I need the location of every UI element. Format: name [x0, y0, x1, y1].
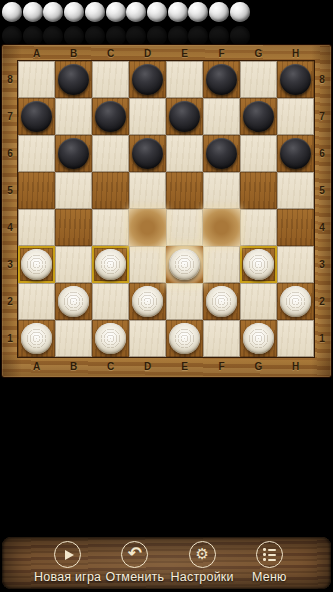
- square-g1[interactable]: ⛀: [240, 320, 277, 357]
- rank-label-8-left: 8: [2, 61, 18, 98]
- file-label-f-top: F: [203, 45, 240, 61]
- menu-icon: [256, 541, 283, 568]
- piece-glyph: ⛂: [132, 138, 163, 169]
- square-d8[interactable]: ⛂: [129, 61, 166, 98]
- black-man-b8[interactable]: ⛂: [58, 64, 89, 95]
- square-g3[interactable]: ⛀: [240, 246, 277, 283]
- squares: ⛂⛂⛂⛂⛂⛂⛂⛂⛂⛂⛂⛂⛀⛀⛀⛀⛀⛀⛀⛀⛀⛀⛀⛀: [18, 61, 314, 357]
- black-man-b6[interactable]: ⛂: [58, 138, 89, 169]
- square-f2[interactable]: ⛀: [203, 283, 240, 320]
- rank-label-7-left: 7: [2, 98, 18, 135]
- white-man-b2[interactable]: ⛀: [58, 286, 89, 317]
- piece-glyph: ⛀: [169, 249, 200, 280]
- square-g8[interactable]: [240, 61, 277, 98]
- black-man-a7[interactable]: ⛂: [21, 101, 52, 132]
- square-a1[interactable]: ⛀: [18, 320, 55, 357]
- piece-glyph: ⛂: [280, 64, 311, 95]
- square-d6[interactable]: ⛂: [129, 135, 166, 172]
- square-g4[interactable]: [240, 209, 277, 246]
- square-d2[interactable]: ⛀: [129, 283, 166, 320]
- file-label-d-bottom: D: [129, 355, 166, 377]
- tray-piece: [106, 2, 126, 22]
- tray-piece: [168, 2, 188, 22]
- file-label-a-top: A: [18, 45, 55, 61]
- square-g2[interactable]: [240, 283, 277, 320]
- square-f7[interactable]: [203, 98, 240, 135]
- square-f4[interactable]: [203, 209, 240, 246]
- square-a2[interactable]: [18, 283, 55, 320]
- undo-icon: ↶: [121, 541, 148, 568]
- square-h2[interactable]: ⛀: [277, 283, 314, 320]
- square-b1[interactable]: [55, 320, 92, 357]
- piece-glyph: ⛂: [206, 138, 237, 169]
- piece-glyph: ⛀: [95, 323, 126, 354]
- square-e5[interactable]: [166, 172, 203, 209]
- piece-glyph: ⛂: [95, 101, 126, 132]
- file-label-g-top: G: [240, 45, 277, 61]
- tray-piece: [209, 2, 229, 22]
- white-man-g3[interactable]: ⛀: [243, 249, 274, 280]
- rank-label-8-right: 8: [313, 61, 331, 98]
- new-game-label: Новая игра: [34, 570, 101, 584]
- tray-piece: [126, 2, 146, 22]
- square-d5[interactable]: [129, 172, 166, 209]
- square-g7[interactable]: ⛂: [240, 98, 277, 135]
- square-b6[interactable]: ⛂: [55, 135, 92, 172]
- rank-labels-right: 87654321: [313, 61, 331, 357]
- file-label-g-bottom: G: [240, 355, 277, 377]
- square-h1[interactable]: [277, 320, 314, 357]
- undo-button[interactable]: ↶ Отменить: [101, 541, 168, 586]
- square-c7[interactable]: ⛂: [92, 98, 129, 135]
- bottom-toolbar: Новая игра ↶ Отменить ⚙ Настройки Меню: [2, 537, 331, 589]
- piece-glyph: ⛂: [206, 64, 237, 95]
- file-label-b-bottom: B: [55, 355, 92, 377]
- square-e6[interactable]: [166, 135, 203, 172]
- square-e2[interactable]: [166, 283, 203, 320]
- black-man-h8[interactable]: ⛂: [280, 64, 311, 95]
- square-c8[interactable]: [92, 61, 129, 98]
- square-a7[interactable]: ⛂: [18, 98, 55, 135]
- piece-glyph: ⛂: [58, 64, 89, 95]
- black-man-c7[interactable]: ⛂: [95, 101, 126, 132]
- white-man-e3[interactable]: ⛀: [169, 249, 200, 280]
- black-man-g7[interactable]: ⛂: [243, 101, 274, 132]
- square-c2[interactable]: [92, 283, 129, 320]
- square-c4[interactable]: [92, 209, 129, 246]
- square-b4[interactable]: [55, 209, 92, 246]
- piece-glyph: ⛀: [243, 323, 274, 354]
- rank-label-7-right: 7: [313, 98, 331, 135]
- piece-glyph: ⛂: [169, 101, 200, 132]
- tray-piece: [85, 2, 105, 22]
- rank-label-2-right: 2: [313, 283, 331, 320]
- square-a8[interactable]: [18, 61, 55, 98]
- rank-label-1-right: 1: [313, 320, 331, 357]
- square-b8[interactable]: ⛂: [55, 61, 92, 98]
- file-label-e-top: E: [166, 45, 203, 61]
- square-h6[interactable]: ⛂: [277, 135, 314, 172]
- file-label-f-bottom: F: [203, 355, 240, 377]
- square-b3[interactable]: [55, 246, 92, 283]
- rank-label-4-right: 4: [313, 209, 331, 246]
- square-g6[interactable]: [240, 135, 277, 172]
- square-f5[interactable]: [203, 172, 240, 209]
- file-label-c-top: C: [92, 45, 129, 61]
- file-label-h-bottom: H: [277, 355, 314, 377]
- square-f3[interactable]: [203, 246, 240, 283]
- tray-piece: [2, 2, 22, 22]
- square-h5[interactable]: [277, 172, 314, 209]
- square-d3[interactable]: [129, 246, 166, 283]
- tray-piece: [43, 2, 63, 22]
- piece-glyph: ⛀: [21, 249, 52, 280]
- white-man-g1[interactable]: ⛀: [243, 323, 274, 354]
- white-man-e1[interactable]: ⛀: [169, 323, 200, 354]
- rank-label-4-left: 4: [2, 209, 18, 246]
- piece-glyph: ⛂: [243, 101, 274, 132]
- captured-tray: [2, 2, 331, 23]
- square-c5[interactable]: [92, 172, 129, 209]
- white-man-d2[interactable]: ⛀: [132, 286, 163, 317]
- square-h3[interactable]: [277, 246, 314, 283]
- black-man-f6[interactable]: ⛂: [206, 138, 237, 169]
- square-a5[interactable]: [18, 172, 55, 209]
- square-f6[interactable]: ⛂: [203, 135, 240, 172]
- square-c3[interactable]: ⛀: [92, 246, 129, 283]
- square-c6[interactable]: [92, 135, 129, 172]
- square-c1[interactable]: ⛀: [92, 320, 129, 357]
- square-e3[interactable]: ⛀: [166, 246, 203, 283]
- rank-label-6-left: 6: [2, 135, 18, 172]
- tray-reflection-fade: [0, 24, 333, 46]
- square-f1[interactable]: [203, 320, 240, 357]
- square-b5[interactable]: [55, 172, 92, 209]
- piece-glyph: ⛂: [132, 64, 163, 95]
- black-man-f8[interactable]: ⛂: [206, 64, 237, 95]
- settings-button[interactable]: ⚙ Настройки: [169, 541, 236, 586]
- tray-piece: [188, 2, 208, 22]
- rank-label-5-right: 5: [313, 172, 331, 209]
- square-a4[interactable]: [18, 209, 55, 246]
- square-d7[interactable]: [129, 98, 166, 135]
- undo-label: Отменить: [106, 570, 165, 584]
- black-man-h6[interactable]: ⛂: [280, 138, 311, 169]
- piece-glyph: ⛀: [132, 286, 163, 317]
- square-a6[interactable]: [18, 135, 55, 172]
- square-h4[interactable]: [277, 209, 314, 246]
- piece-glyph: ⛀: [58, 286, 89, 317]
- square-e7[interactable]: ⛂: [166, 98, 203, 135]
- checkers-board: ABCDEFGH ABCDEFGH 87654321 87654321 ⛂⛂⛂⛂…: [1, 44, 332, 378]
- black-man-d6[interactable]: ⛂: [132, 138, 163, 169]
- rank-label-5-left: 5: [2, 172, 18, 209]
- rank-label-3-right: 3: [313, 246, 331, 283]
- tray-piece: [64, 2, 84, 22]
- square-b2[interactable]: ⛀: [55, 283, 92, 320]
- white-man-h2[interactable]: ⛀: [280, 286, 311, 317]
- black-man-e7[interactable]: ⛂: [169, 101, 200, 132]
- file-labels-top: ABCDEFGH: [18, 45, 314, 61]
- square-h8[interactable]: ⛂: [277, 61, 314, 98]
- square-g5[interactable]: [240, 172, 277, 209]
- square-h7[interactable]: [277, 98, 314, 135]
- rank-label-2-left: 2: [2, 283, 18, 320]
- white-man-a3[interactable]: ⛀: [21, 249, 52, 280]
- rank-label-6-right: 6: [313, 135, 331, 172]
- piece-glyph: ⛀: [280, 286, 311, 317]
- menu-button[interactable]: Меню: [236, 541, 303, 586]
- square-d4[interactable]: [129, 209, 166, 246]
- tray-piece: [23, 2, 43, 22]
- file-label-a-bottom: A: [18, 355, 55, 377]
- play-icon: [54, 541, 81, 568]
- file-label-c-bottom: C: [92, 355, 129, 377]
- square-a3[interactable]: ⛀: [18, 246, 55, 283]
- square-d1[interactable]: [129, 320, 166, 357]
- new-game-button[interactable]: Новая игра: [34, 541, 101, 586]
- square-f8[interactable]: ⛂: [203, 61, 240, 98]
- file-label-b-top: B: [55, 45, 92, 61]
- rank-label-1-left: 1: [2, 320, 18, 357]
- rank-labels-left: 87654321: [2, 61, 18, 357]
- tray-piece: [147, 2, 167, 22]
- file-labels-bottom: ABCDEFGH: [18, 355, 314, 377]
- gear-icon: ⚙: [189, 541, 216, 568]
- square-e8[interactable]: [166, 61, 203, 98]
- file-label-h-top: H: [277, 45, 314, 61]
- piece-glyph: ⛀: [169, 323, 200, 354]
- white-man-c1[interactable]: ⛀: [95, 323, 126, 354]
- black-man-d8[interactable]: ⛂: [132, 64, 163, 95]
- piece-glyph: ⛂: [21, 101, 52, 132]
- square-b7[interactable]: [55, 98, 92, 135]
- settings-label: Настройки: [171, 570, 234, 584]
- square-e4[interactable]: [166, 209, 203, 246]
- white-man-a1[interactable]: ⛀: [21, 323, 52, 354]
- white-man-c3[interactable]: ⛀: [95, 249, 126, 280]
- piece-glyph: ⛀: [206, 286, 237, 317]
- piece-glyph: ⛂: [280, 138, 311, 169]
- tray-piece: [230, 2, 250, 22]
- piece-glyph: ⛂: [58, 138, 89, 169]
- piece-glyph: ⛀: [243, 249, 274, 280]
- white-man-f2[interactable]: ⛀: [206, 286, 237, 317]
- file-label-e-bottom: E: [166, 355, 203, 377]
- file-label-d-top: D: [129, 45, 166, 61]
- rank-label-3-left: 3: [2, 246, 18, 283]
- piece-glyph: ⛀: [95, 249, 126, 280]
- menu-label: Меню: [252, 570, 287, 584]
- piece-glyph: ⛀: [21, 323, 52, 354]
- square-e1[interactable]: ⛀: [166, 320, 203, 357]
